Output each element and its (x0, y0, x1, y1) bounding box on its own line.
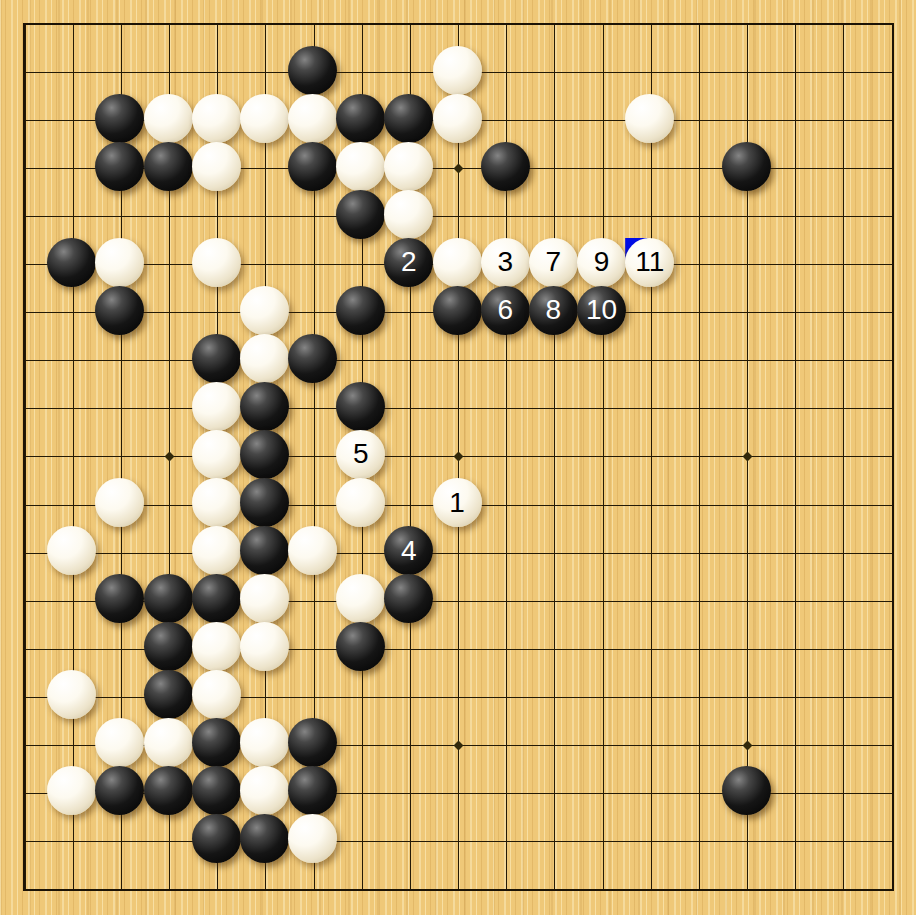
black-stone (288, 142, 337, 191)
move-stone-1: 1 (433, 478, 482, 527)
white-stone (192, 94, 241, 143)
black-stone (240, 430, 289, 479)
white-stone (336, 142, 385, 191)
white-stone (192, 622, 241, 671)
white-stone (47, 526, 96, 575)
black-stone (192, 574, 241, 623)
black-stone (336, 382, 385, 431)
move-stone-4: 4 (384, 526, 433, 575)
move-number-label: 11 (625, 238, 674, 287)
move-stone-10: 10 (577, 286, 626, 335)
white-stone (433, 238, 482, 287)
white-stone (240, 334, 289, 383)
white-stone (192, 382, 241, 431)
black-stone (336, 94, 385, 143)
white-stone (192, 670, 241, 719)
move-stone-8: 8 (529, 286, 578, 335)
white-stone (192, 478, 241, 527)
black-stone (433, 286, 482, 335)
black-stone (240, 526, 289, 575)
black-stone (722, 766, 771, 815)
move-stone-5: 5 (336, 430, 385, 479)
black-stone (144, 622, 193, 671)
white-stone (336, 478, 385, 527)
black-stone (288, 766, 337, 815)
white-stone (336, 574, 385, 623)
black-stone (240, 382, 289, 431)
white-stone (144, 94, 193, 143)
white-stone (192, 238, 241, 287)
go-board-app: 2379116810514 (0, 0, 916, 915)
move-number-label: 4 (384, 526, 433, 575)
move-stone-7: 7 (529, 238, 578, 287)
move-number-label: 3 (481, 238, 530, 287)
white-stone (433, 46, 482, 95)
white-stone (144, 718, 193, 767)
move-number-label: 7 (529, 238, 578, 287)
move-number-label: 2 (384, 238, 433, 287)
black-stone (336, 190, 385, 239)
move-number-label: 10 (577, 286, 626, 335)
black-stone (192, 766, 241, 815)
move-stone-6: 6 (481, 286, 530, 335)
black-stone (144, 574, 193, 623)
white-stone (240, 622, 289, 671)
move-stone-11: 11 (625, 238, 674, 287)
black-stone (240, 478, 289, 527)
black-stone (144, 766, 193, 815)
black-stone (288, 718, 337, 767)
white-stone (384, 142, 433, 191)
white-stone (240, 766, 289, 815)
move-stone-2: 2 (384, 238, 433, 287)
move-stone-9: 9 (577, 238, 626, 287)
black-stone (192, 718, 241, 767)
white-stone (288, 814, 337, 863)
black-stone (722, 142, 771, 191)
white-stone (288, 94, 337, 143)
white-stone (433, 94, 482, 143)
black-stone (95, 94, 144, 143)
go-board[interactable]: 2379116810514 (0, 0, 916, 915)
black-stone (288, 334, 337, 383)
white-stone (240, 718, 289, 767)
white-stone (240, 286, 289, 335)
black-stone (336, 622, 385, 671)
black-stone (47, 238, 96, 287)
black-stone (481, 142, 530, 191)
black-stone (384, 94, 433, 143)
white-stone (47, 670, 96, 719)
black-stone (192, 334, 241, 383)
white-stone (384, 190, 433, 239)
move-number-label: 1 (433, 478, 482, 527)
move-number-label: 8 (529, 286, 578, 335)
black-stone (336, 286, 385, 335)
black-stone (240, 814, 289, 863)
white-stone (95, 478, 144, 527)
black-stone (95, 142, 144, 191)
black-stone (144, 670, 193, 719)
white-stone (240, 94, 289, 143)
white-stone (240, 574, 289, 623)
move-number-label: 5 (336, 430, 385, 479)
black-stone (144, 142, 193, 191)
move-number-label: 9 (577, 238, 626, 287)
black-stone (192, 814, 241, 863)
white-stone (192, 430, 241, 479)
black-stone (288, 46, 337, 95)
move-stone-3: 3 (481, 238, 530, 287)
white-stone (288, 526, 337, 575)
white-stone (95, 238, 144, 287)
white-stone (192, 142, 241, 191)
white-stone (192, 526, 241, 575)
black-stone (95, 286, 144, 335)
move-number-label: 6 (481, 286, 530, 335)
white-stone (625, 94, 674, 143)
